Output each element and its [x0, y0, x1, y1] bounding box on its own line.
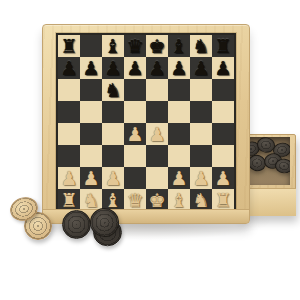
square-g1: ♞ [190, 189, 212, 211]
square-e3 [146, 145, 168, 167]
square-c4 [102, 123, 124, 145]
square-d7: ♟ [124, 57, 146, 79]
square-b2: ♟ [80, 167, 102, 189]
square-a8: ♜ [58, 35, 80, 57]
white-pawn: ♟ [58, 167, 80, 189]
light-checkers-group [8, 192, 66, 248]
square-f8: ♝ [168, 35, 190, 57]
square-h8: ♜ [212, 35, 234, 57]
square-h1: ♜ [212, 189, 234, 211]
dark-checkers-group [62, 202, 128, 252]
white-knight: ♞ [190, 189, 212, 211]
white-pawn: ♟ [190, 167, 212, 189]
white-rook: ♜ [212, 189, 234, 211]
square-e1: ♚ [146, 189, 168, 211]
black-bishop: ♝ [102, 35, 124, 57]
square-e7: ♟ [146, 57, 168, 79]
square-h5 [212, 101, 234, 123]
square-a7: ♟ [58, 57, 80, 79]
square-g7: ♟ [190, 57, 212, 79]
square-d4: ♟ [124, 123, 146, 145]
black-rook: ♜ [58, 35, 80, 57]
square-d5 [124, 101, 146, 123]
square-f7: ♟ [168, 57, 190, 79]
square-f5 [168, 101, 190, 123]
black-checker [62, 210, 91, 239]
square-c8: ♝ [102, 35, 124, 57]
black-rook: ♜ [212, 35, 234, 57]
black-pawn: ♟ [212, 57, 234, 79]
square-c6: ♞ [102, 79, 124, 101]
square-h7: ♟ [212, 57, 234, 79]
square-d6 [124, 79, 146, 101]
square-a2: ♟ [58, 167, 80, 189]
square-b7: ♟ [80, 57, 102, 79]
black-pawn: ♟ [168, 57, 190, 79]
black-pawn: ♟ [124, 57, 146, 79]
square-a5 [58, 101, 80, 123]
square-e2 [146, 167, 168, 189]
square-a6 [58, 79, 80, 101]
white-bishop: ♝ [168, 189, 190, 211]
black-pawn: ♟ [80, 57, 102, 79]
square-a4 [58, 123, 80, 145]
square-f6 [168, 79, 190, 101]
square-c5 [102, 101, 124, 123]
square-c2: ♟ [102, 167, 124, 189]
square-b8 [80, 35, 102, 57]
square-d8: ♛ [124, 35, 146, 57]
square-e6 [146, 79, 168, 101]
black-knight: ♞ [102, 79, 124, 101]
white-pawn: ♟ [80, 167, 102, 189]
white-pawn: ♟ [124, 123, 146, 145]
black-king: ♚ [146, 35, 168, 57]
square-d2 [124, 167, 146, 189]
square-d3 [124, 145, 146, 167]
wooden-game-box: ♜♝♛♚♝♞♜♟♟♟♟♟♟♟♟♞♟♟♟♟♟♟♟♟♜♞♝♛♚♝♞♜ [42, 24, 250, 224]
black-pawn: ♟ [58, 57, 80, 79]
square-f1: ♝ [168, 189, 190, 211]
square-g4 [190, 123, 212, 145]
black-knight: ♞ [190, 35, 212, 57]
square-g6 [190, 79, 212, 101]
black-pawn: ♟ [102, 57, 124, 79]
square-h4 [212, 123, 234, 145]
black-queen: ♛ [124, 35, 146, 57]
black-pawn: ♟ [190, 57, 212, 79]
square-c3 [102, 145, 124, 167]
white-king: ♚ [146, 189, 168, 211]
square-b5 [80, 101, 102, 123]
chess-board: ♜♝♛♚♝♞♜♟♟♟♟♟♟♟♟♞♟♟♟♟♟♟♟♟♜♞♝♛♚♝♞♜ [56, 33, 236, 213]
square-b6 [80, 79, 102, 101]
square-h3 [212, 145, 234, 167]
square-h6 [212, 79, 234, 101]
square-g8: ♞ [190, 35, 212, 57]
square-g5 [190, 101, 212, 123]
square-f4 [168, 123, 190, 145]
square-f3 [168, 145, 190, 167]
square-c7: ♟ [102, 57, 124, 79]
chess-checkers-box-photo: ♜♝♛♚♝♞♜♟♟♟♟♟♟♟♟♞♟♟♟♟♟♟♟♟♜♞♝♛♚♝♞♜ [0, 0, 300, 300]
square-e5 [146, 101, 168, 123]
square-g2: ♟ [190, 167, 212, 189]
black-pawn: ♟ [146, 57, 168, 79]
square-f2: ♟ [168, 167, 190, 189]
black-bishop: ♝ [168, 35, 190, 57]
white-pawn: ♟ [102, 167, 124, 189]
white-pawn: ♟ [146, 123, 168, 145]
white-pawn: ♟ [212, 167, 234, 189]
square-e8: ♚ [146, 35, 168, 57]
square-b4 [80, 123, 102, 145]
white-pawn: ♟ [168, 167, 190, 189]
square-b3 [80, 145, 102, 167]
square-a3 [58, 145, 80, 167]
square-h2: ♟ [212, 167, 234, 189]
black-checker [274, 158, 290, 174]
square-g3 [190, 145, 212, 167]
square-e4: ♟ [146, 123, 168, 145]
